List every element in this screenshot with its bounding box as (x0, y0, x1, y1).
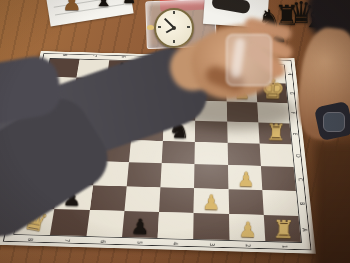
square-a2[interactable]: ♟ (229, 214, 265, 241)
table-shadow-right (314, 142, 350, 263)
chess-clock[interactable] (154, 8, 194, 48)
square-d3[interactable] (195, 142, 228, 165)
square-b2[interactable] (228, 189, 263, 215)
clock-tick (158, 26, 161, 28)
square-c5[interactable] (127, 162, 162, 186)
coordinate-label-1: 1 (281, 245, 288, 248)
coordinate-label-5: 5 (136, 241, 143, 244)
ring (147, 25, 154, 30)
photo-scene: ♟♟♟♝♟♚♚♞♜♞♟♟♟♛♟♟♜ 8877665544332211HHGGFF… (0, 0, 350, 263)
clock-tick (187, 26, 190, 28)
square-c1[interactable] (261, 166, 296, 191)
coordinate-label-E: E (292, 133, 298, 136)
white-pawn-b3[interactable]: ♟ (194, 193, 229, 214)
clock-center-pin (172, 26, 176, 30)
square-e1[interactable]: ♜ (258, 122, 291, 144)
square-b5[interactable] (124, 186, 160, 212)
coordinate-label-8: 8 (27, 238, 34, 241)
white-rook-e1[interactable]: ♜ (259, 122, 292, 145)
coordinate-label-7: 7 (92, 55, 98, 57)
coordinate-label-7: 7 (63, 239, 70, 242)
coordinate-label-H: H (286, 73, 292, 76)
coordinate-label-D: D (294, 154, 300, 157)
square-e2[interactable] (227, 121, 260, 143)
clock-tick (173, 11, 175, 14)
square-a4[interactable] (158, 212, 194, 239)
coordinate-label-B: B (299, 202, 305, 205)
coordinate-label-G: G (288, 92, 294, 95)
square-a1[interactable]: ♜ (264, 215, 301, 242)
square-d1[interactable] (259, 144, 293, 167)
scoresheet-left (46, 0, 133, 26)
coordinate-label-6: 6 (121, 55, 126, 57)
square-b4[interactable] (159, 187, 194, 213)
square-a5[interactable]: ♟ (122, 211, 159, 238)
square-a6[interactable] (86, 210, 124, 237)
coordinate-label-2: 2 (245, 244, 252, 247)
captured-black-pawn: ♟ (122, 0, 136, 6)
square-d5[interactable] (129, 140, 163, 163)
white-pawn-a2[interactable]: ♟ (229, 219, 265, 241)
square-f2[interactable] (226, 101, 258, 122)
captured-wood-white-pawn: ♟ (62, 0, 82, 14)
clock-tick (173, 40, 175, 43)
white-rook-a1[interactable]: ♜ (265, 216, 302, 242)
square-d2[interactable] (227, 143, 260, 166)
square-b6[interactable] (89, 185, 126, 211)
coordinate-label-6: 6 (100, 240, 107, 243)
square-c2[interactable]: ♟ (228, 165, 262, 190)
coordinate-label-C: C (297, 178, 303, 181)
coordinate-label-F: F (290, 112, 296, 114)
square-b3[interactable]: ♟ (194, 188, 229, 214)
square-d4[interactable] (162, 141, 195, 164)
square-b1[interactable] (262, 190, 298, 216)
square-c4[interactable] (160, 163, 194, 188)
coordinate-label-A: A (301, 228, 308, 232)
black-pawn-a5[interactable]: ♟ (122, 216, 158, 238)
captured-black-bishop: ♝ (94, 0, 114, 10)
square-a7[interactable] (50, 209, 89, 236)
white-pawn-c2[interactable]: ♟ (228, 169, 262, 190)
square-e3[interactable] (195, 121, 227, 143)
coordinate-label-3: 3 (209, 243, 215, 246)
square-c3[interactable] (194, 164, 228, 189)
wristwatch-face (323, 112, 345, 132)
coordinate-label-4: 4 (172, 242, 179, 245)
coordinate-label-8: 8 (62, 54, 68, 56)
square-a3[interactable] (193, 213, 229, 240)
